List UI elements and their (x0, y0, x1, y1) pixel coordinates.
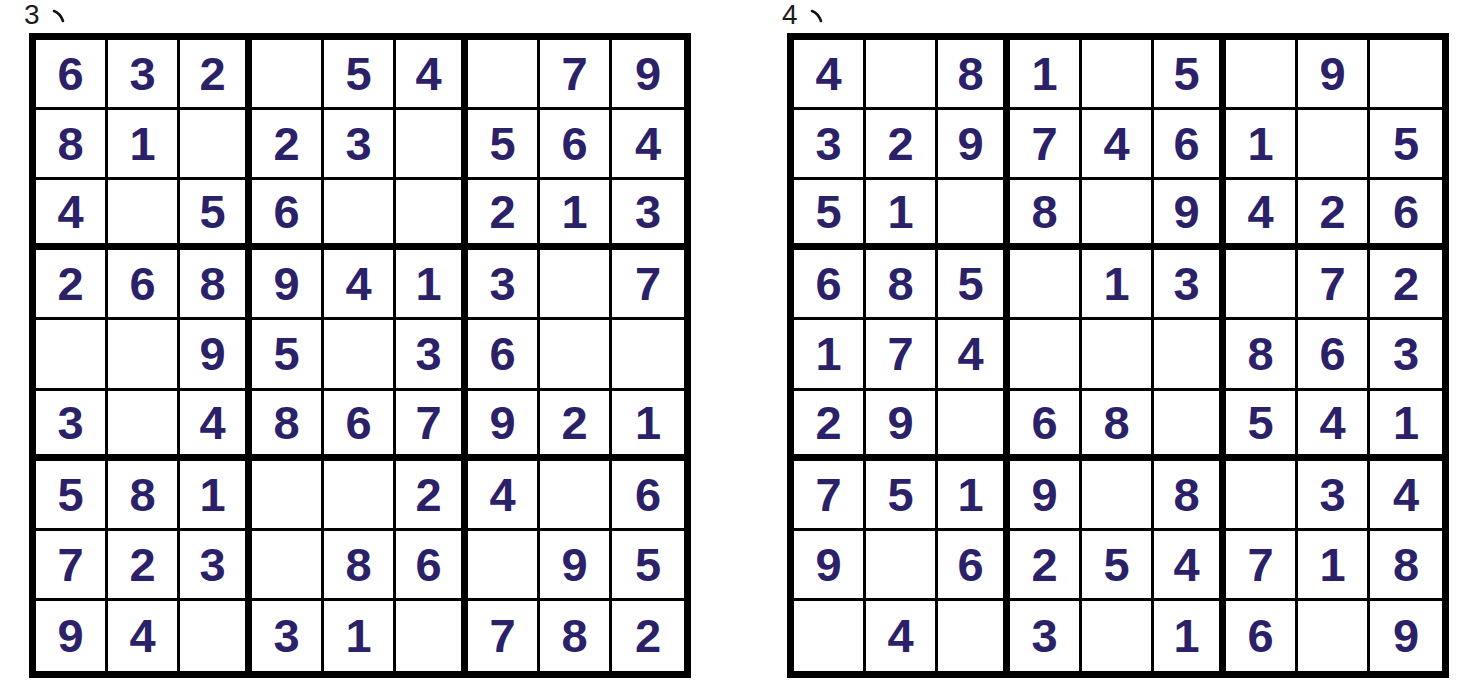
sudoku-cell-r4c6: 1 (396, 250, 468, 320)
sudoku-cell-r1c4: 1 (1010, 40, 1082, 110)
sudoku-cell-r5c6: 3 (396, 320, 468, 390)
sudoku-cell-r8c4: 2 (1010, 531, 1082, 601)
sudoku-cell-r5c6 (1154, 320, 1226, 390)
sudoku-cell-r6c6 (1154, 391, 1226, 461)
sudoku-cell-r4c1: 2 (36, 250, 108, 320)
sudoku-cell-r4c2: 6 (108, 250, 180, 320)
sudoku-cell-r3c3 (938, 180, 1010, 250)
sudoku-cell-r3c7: 4 (1226, 180, 1298, 250)
sudoku-cell-r3c8: 1 (540, 180, 612, 250)
sudoku-cell-r1c9: 9 (612, 40, 684, 110)
sudoku-cell-r9c5: 1 (324, 601, 396, 671)
sudoku-cell-r3c5 (1082, 180, 1154, 250)
sudoku-cell-r6c8: 2 (540, 391, 612, 461)
sudoku-cell-r4c3: 8 (180, 250, 252, 320)
sudoku-cell-r6c9: 1 (612, 391, 684, 461)
sudoku-cell-r2c8 (1298, 110, 1370, 180)
sudoku-cell-r4c7: 3 (468, 250, 540, 320)
sudoku-cell-r1c7 (468, 40, 540, 110)
sudoku-cell-r7c2: 8 (108, 461, 180, 531)
sudoku-cell-r1c2: 3 (108, 40, 180, 110)
sudoku-cell-r8c8: 1 (1298, 531, 1370, 601)
sudoku-cell-r5c1: 1 (794, 320, 866, 390)
sudoku-cell-r4c9: 2 (1370, 250, 1442, 320)
sudoku-cell-r2c1: 8 (36, 110, 108, 180)
sudoku-cell-r2c2: 1 (108, 110, 180, 180)
sudoku-cell-r9c9: 2 (612, 601, 684, 671)
sudoku-cell-r7c8: 3 (1298, 461, 1370, 531)
sudoku-cell-r5c7: 6 (468, 320, 540, 390)
sudoku-cell-r6c2: 9 (866, 391, 938, 461)
sudoku-cell-r3c2 (108, 180, 180, 250)
sudoku-cell-r3c8: 2 (1298, 180, 1370, 250)
sudoku-cell-r4c1: 6 (794, 250, 866, 320)
sudoku-cell-r2c5: 4 (1082, 110, 1154, 180)
sudoku-cell-r9c1 (794, 601, 866, 671)
sudoku-cell-r4c5: 1 (1082, 250, 1154, 320)
sudoku-cell-r8c2: 2 (108, 531, 180, 601)
sudoku-cell-r5c9 (612, 320, 684, 390)
puzzle-number: 4 (782, 0, 799, 30)
sudoku-cell-r5c1 (36, 320, 108, 390)
sudoku-cell-r8c2 (866, 531, 938, 601)
ideographic-comma-icon (51, 8, 67, 24)
sudoku-cell-r7c1: 7 (794, 461, 866, 531)
sudoku-cell-r1c5 (1082, 40, 1154, 110)
sudoku-cell-r8c4 (252, 531, 324, 601)
sudoku-cell-r2c6: 6 (1154, 110, 1226, 180)
sudoku-cell-r3c9: 6 (1370, 180, 1442, 250)
sudoku-cell-r4c2: 8 (866, 250, 938, 320)
sudoku-cell-r8c1: 9 (794, 531, 866, 601)
sudoku-puzzle-4: 4 48159329746155189426685137217486329685… (782, 0, 1449, 678)
sudoku-cell-r2c6 (396, 110, 468, 180)
sudoku-cell-r6c4: 6 (1010, 391, 1082, 461)
sudoku-cell-r6c9: 1 (1370, 391, 1442, 461)
sudoku-cell-r5c3: 9 (180, 320, 252, 390)
sudoku-cell-r5c7: 8 (1226, 320, 1298, 390)
sudoku-cell-r8c3: 3 (180, 531, 252, 601)
puzzle-number: 3 (24, 0, 41, 30)
sudoku-cell-r1c5: 5 (324, 40, 396, 110)
sudoku-cell-r9c8: 8 (540, 601, 612, 671)
sudoku-cell-r2c4: 2 (252, 110, 324, 180)
sudoku-cell-r7c7: 4 (468, 461, 540, 531)
sudoku-cell-r5c9: 3 (1370, 320, 1442, 390)
sudoku-cell-r9c6 (396, 601, 468, 671)
sudoku-cell-r5c8 (540, 320, 612, 390)
sudoku-cell-r6c7: 9 (468, 391, 540, 461)
sudoku-cell-r3c4: 8 (1010, 180, 1082, 250)
sudoku-cell-r7c5 (1082, 461, 1154, 531)
sudoku-cell-r4c4 (1010, 250, 1082, 320)
sudoku-cell-r7c3: 1 (180, 461, 252, 531)
sudoku-cell-r9c4: 3 (252, 601, 324, 671)
sudoku-cell-r4c7 (1226, 250, 1298, 320)
sudoku-cell-r3c5 (324, 180, 396, 250)
sudoku-cell-r7c3: 1 (938, 461, 1010, 531)
sudoku-cell-r8c7: 7 (1226, 531, 1298, 601)
sudoku-cell-r7c6: 2 (396, 461, 468, 531)
sudoku-cell-r6c3 (938, 391, 1010, 461)
sudoku-cell-r8c6: 4 (1154, 531, 1226, 601)
sudoku-cell-r8c5: 5 (1082, 531, 1154, 601)
ideographic-comma-icon (809, 8, 825, 24)
sudoku-cell-r8c9: 8 (1370, 531, 1442, 601)
sudoku-cell-r2c4: 7 (1010, 110, 1082, 180)
sudoku-cell-r5c5 (324, 320, 396, 390)
sudoku-cell-r9c3 (938, 601, 1010, 671)
sudoku-grid: 6325479812356445621326894137953634867921… (29, 33, 691, 678)
sudoku-cell-r2c8: 6 (540, 110, 612, 180)
sudoku-cell-r8c9: 5 (612, 531, 684, 601)
sudoku-cell-r1c8: 9 (1298, 40, 1370, 110)
sudoku-cell-r9c2: 4 (866, 601, 938, 671)
sudoku-cell-r1c6: 4 (396, 40, 468, 110)
sudoku-cell-r5c4 (1010, 320, 1082, 390)
sudoku-cell-r4c8 (540, 250, 612, 320)
sudoku-cell-r2c7: 1 (1226, 110, 1298, 180)
sudoku-cell-r5c2 (108, 320, 180, 390)
sudoku-cell-r4c4: 9 (252, 250, 324, 320)
sudoku-cell-r1c3: 2 (180, 40, 252, 110)
sudoku-cell-r2c2: 2 (866, 110, 938, 180)
sudoku-cell-r8c5: 8 (324, 531, 396, 601)
sudoku-cell-r2c9: 5 (1370, 110, 1442, 180)
sudoku-cell-r1c1: 4 (794, 40, 866, 110)
sudoku-cell-r2c5: 3 (324, 110, 396, 180)
sudoku-cell-r3c6: 9 (1154, 180, 1226, 250)
sudoku-cell-r7c7 (1226, 461, 1298, 531)
sudoku-cell-r8c7 (468, 531, 540, 601)
sudoku-cell-r9c1: 9 (36, 601, 108, 671)
sudoku-cell-r2c3: 9 (938, 110, 1010, 180)
sudoku-cell-r1c1: 6 (36, 40, 108, 110)
sudoku-cell-r7c4: 9 (1010, 461, 1082, 531)
sudoku-cell-r3c1: 4 (36, 180, 108, 250)
sudoku-cell-r5c3: 4 (938, 320, 1010, 390)
sudoku-cell-r1c2 (866, 40, 938, 110)
sudoku-cell-r1c7 (1226, 40, 1298, 110)
sudoku-cell-r9c7: 7 (468, 601, 540, 671)
sudoku-cell-r8c6: 6 (396, 531, 468, 601)
sudoku-cell-r7c8 (540, 461, 612, 531)
sudoku-cell-r4c5: 4 (324, 250, 396, 320)
sudoku-cell-r9c2: 4 (108, 601, 180, 671)
sudoku-cell-r8c3: 6 (938, 531, 1010, 601)
sudoku-cell-r3c3: 5 (180, 180, 252, 250)
sudoku-cell-r5c8: 6 (1298, 320, 1370, 390)
sudoku-cell-r5c4: 5 (252, 320, 324, 390)
puzzle-label: 4 (782, 0, 1449, 33)
sudoku-cell-r6c5: 8 (1082, 391, 1154, 461)
sudoku-cell-r4c3: 5 (938, 250, 1010, 320)
sudoku-cell-r9c6: 1 (1154, 601, 1226, 671)
sudoku-cell-r3c6 (396, 180, 468, 250)
sudoku-cell-r7c5 (324, 461, 396, 531)
sudoku-cell-r9c8 (1298, 601, 1370, 671)
sudoku-cell-r1c6: 5 (1154, 40, 1226, 110)
sudoku-cell-r3c1: 5 (794, 180, 866, 250)
sudoku-cell-r6c1: 3 (36, 391, 108, 461)
sudoku-cell-r6c3: 4 (180, 391, 252, 461)
sudoku-cell-r7c2: 5 (866, 461, 938, 531)
sudoku-cell-r8c1: 7 (36, 531, 108, 601)
sudoku-cell-r8c8: 9 (540, 531, 612, 601)
sudoku-cell-r3c2: 1 (866, 180, 938, 250)
sudoku-cell-r7c9: 4 (1370, 461, 1442, 531)
sudoku-cell-r9c7: 6 (1226, 601, 1298, 671)
sudoku-cell-r7c9: 6 (612, 461, 684, 531)
sudoku-puzzle-3: 3 63254798123564456213268941379536348679… (24, 0, 691, 678)
sudoku-cell-r5c2: 7 (866, 320, 938, 390)
sudoku-cell-r3c9: 3 (612, 180, 684, 250)
sudoku-grid: 4815932974615518942668513721748632968541… (787, 33, 1449, 678)
sudoku-cell-r6c8: 4 (1298, 391, 1370, 461)
sudoku-cell-r3c4: 6 (252, 180, 324, 250)
sudoku-cell-r6c6: 7 (396, 391, 468, 461)
sudoku-cell-r4c6: 3 (1154, 250, 1226, 320)
sudoku-cell-r7c6: 8 (1154, 461, 1226, 531)
sudoku-cell-r9c4: 3 (1010, 601, 1082, 671)
sudoku-cell-r2c7: 5 (468, 110, 540, 180)
worksheet-page: 3 63254798123564456213268941379536348679… (0, 0, 1478, 693)
sudoku-cell-r9c3 (180, 601, 252, 671)
sudoku-cell-r6c1: 2 (794, 391, 866, 461)
sudoku-cell-r6c4: 8 (252, 391, 324, 461)
puzzle-label: 3 (24, 0, 691, 33)
sudoku-cell-r2c1: 3 (794, 110, 866, 180)
sudoku-cell-r1c4 (252, 40, 324, 110)
sudoku-cell-r1c3: 8 (938, 40, 1010, 110)
sudoku-cell-r7c1: 5 (36, 461, 108, 531)
sudoku-cell-r2c3 (180, 110, 252, 180)
sudoku-cell-r1c8: 7 (540, 40, 612, 110)
sudoku-cell-r2c9: 4 (612, 110, 684, 180)
sudoku-cell-r9c9: 9 (1370, 601, 1442, 671)
sudoku-cell-r6c5: 6 (324, 391, 396, 461)
sudoku-cell-r1c9 (1370, 40, 1442, 110)
sudoku-cell-r4c8: 7 (1298, 250, 1370, 320)
sudoku-cell-r4c9: 7 (612, 250, 684, 320)
sudoku-cell-r5c5 (1082, 320, 1154, 390)
sudoku-cell-r7c4 (252, 461, 324, 531)
sudoku-cell-r9c5 (1082, 601, 1154, 671)
sudoku-cell-r3c7: 2 (468, 180, 540, 250)
sudoku-cell-r6c2 (108, 391, 180, 461)
sudoku-cell-r6c7: 5 (1226, 391, 1298, 461)
